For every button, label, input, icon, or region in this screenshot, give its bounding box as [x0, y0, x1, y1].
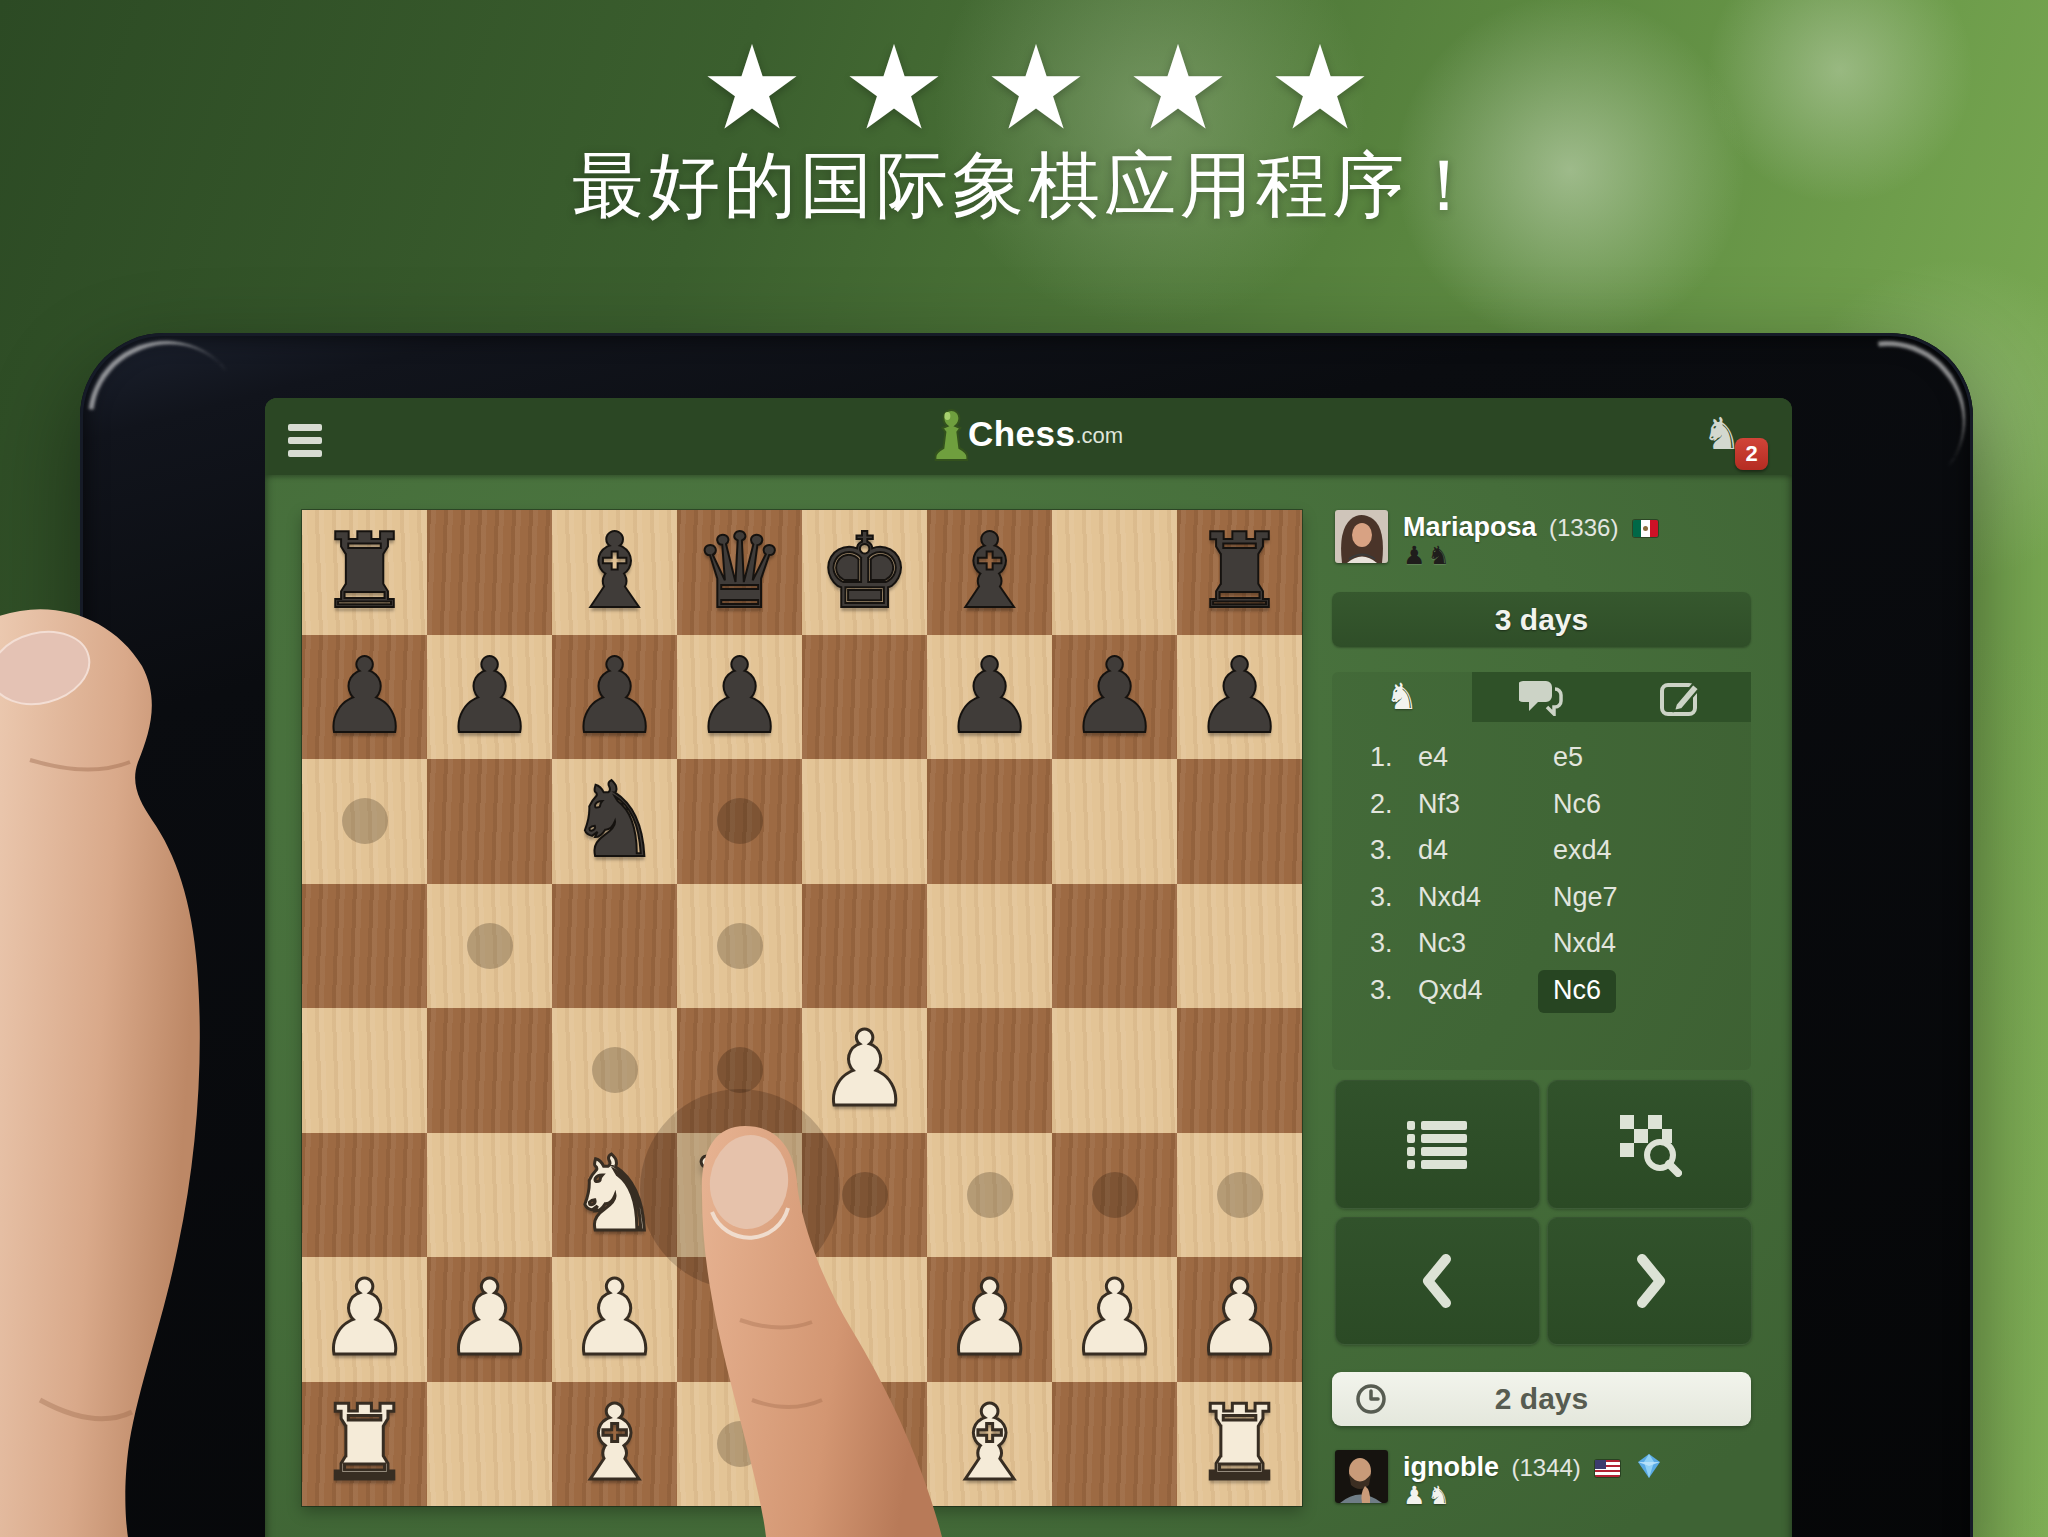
black-queen-d8[interactable]: ♛ [677, 510, 802, 635]
white-pawn-e4[interactable]: ♟ [802, 1008, 927, 1133]
opponent-name[interactable]: Mariaposa [1403, 512, 1537, 542]
move-row-1-0: 1.e4e5 [1332, 742, 1751, 788]
black-move[interactable]: Nge7 [1553, 882, 1618, 913]
white-pawn-a2[interactable]: ♟ [302, 1257, 427, 1382]
player-clock: 2 days [1332, 1372, 1751, 1426]
clock-icon [1354, 1382, 1388, 1416]
move-number: 1. [1370, 742, 1393, 773]
black-move[interactable]: e5 [1553, 742, 1583, 773]
bezel-glint-right [1779, 310, 1997, 528]
black-pawn-h7[interactable]: ♟ [1177, 635, 1302, 760]
menu-icon[interactable] [288, 424, 322, 463]
headline-text: 最好的国际象棋应用程序！ [0, 138, 2048, 234]
opponent-captured-pieces: ♟♞ [1403, 543, 1452, 569]
square-a3[interactable] [302, 1133, 427, 1258]
white-pawn-h2[interactable]: ♟ [1177, 1257, 1302, 1382]
move-number: 3. [1370, 882, 1393, 913]
legal-move-dot-b5 [467, 923, 513, 969]
list-icon [1407, 1120, 1469, 1170]
legal-move-dot-d6 [717, 798, 763, 844]
black-pawn-d7[interactable]: ♟ [677, 635, 802, 760]
opponent-rating: (1336) [1549, 514, 1618, 541]
square-e5[interactable] [802, 884, 927, 1009]
chess-board[interactable]: ♜♝♛♚♝♜♟♟♟♟♟♟♟♞♟♞♟♟♟♟♟♟♜♝♚♝♜♛ [302, 510, 1302, 1506]
black-pawn-f7[interactable]: ♟ [927, 635, 1052, 760]
black-knight-c6[interactable]: ♞ [552, 759, 677, 884]
square-f6[interactable] [927, 759, 1052, 884]
logo-suffix: .com [1075, 410, 1123, 462]
white-pawn-c2[interactable]: ♟ [552, 1257, 677, 1382]
player-captured-pieces: ♟♞ [1403, 1483, 1452, 1509]
white-bishop-c1[interactable]: ♝ [552, 1382, 677, 1507]
square-a5[interactable] [302, 884, 427, 1009]
black-bishop-f8[interactable]: ♝ [927, 510, 1052, 635]
chesscom-logo: Chess .com [934, 404, 1123, 462]
legal-move-dot-a6 [342, 798, 388, 844]
legal-move-dot-h3 [1217, 1172, 1263, 1218]
opponent-avatar[interactable] [1335, 510, 1388, 563]
white-king-e1[interactable]: ♚ [802, 1382, 927, 1507]
move-row-3-2: 3.d4exd4 [1332, 835, 1751, 881]
legal-move-dot-f3 [967, 1172, 1013, 1218]
app-screen: Chess .com ♞ 2 ♜♝♛♚♝♜♟♟♟♟♟♟♟♞♟♞♟♟♟♟♟♟♜♝♚… [265, 398, 1792, 1537]
games-count-badge: 2 [1735, 438, 1768, 470]
square-h4[interactable] [1177, 1008, 1302, 1133]
diamond-premium-icon [1635, 1453, 1663, 1483]
square-h6[interactable] [1177, 759, 1302, 884]
move-row-3-5: 3.Qxd4Nc6 [1332, 975, 1751, 1021]
white-move[interactable]: d4 [1418, 835, 1448, 866]
black-move[interactable]: Nc6 [1553, 789, 1601, 820]
white-knight-c3[interactable]: ♞ [552, 1133, 677, 1258]
move-row-3-4: 3.Nc3Nxd4 [1332, 928, 1751, 974]
avatar-photo [1335, 510, 1388, 563]
square-g4[interactable] [1052, 1008, 1177, 1133]
square-f5[interactable] [927, 884, 1052, 1009]
black-rook-a8[interactable]: ♜ [302, 510, 427, 635]
square-b3[interactable] [427, 1133, 552, 1258]
chevron-right-icon [1628, 1253, 1672, 1309]
five-star-rating: ★★★★★ [0, 20, 2048, 155]
back-button[interactable] [1335, 1217, 1540, 1345]
bezel-glint-left [57, 310, 275, 528]
avatar-photo [1335, 1450, 1388, 1503]
player-clock-text: 2 days [1495, 1382, 1588, 1415]
player-rating: (1344) [1511, 1454, 1580, 1481]
white-move[interactable]: Nf3 [1418, 789, 1460, 820]
usa-flag-icon [1595, 1460, 1620, 1477]
black-pawn-b7[interactable]: ♟ [427, 635, 552, 760]
square-g6[interactable] [1052, 759, 1177, 884]
square-e7[interactable] [802, 635, 927, 760]
move-number: 3. [1370, 975, 1393, 1006]
black-move-current[interactable]: Nc6 [1538, 970, 1616, 1013]
black-move[interactable]: exd4 [1553, 835, 1612, 866]
panel-tabs: ♞ [1332, 672, 1751, 722]
white-move[interactable]: Nc3 [1418, 928, 1466, 959]
move-number: 3. [1370, 928, 1393, 959]
white-move[interactable]: Nxd4 [1418, 882, 1481, 913]
opponent-info: Mariaposa (1336) ♟♞ [1335, 510, 1765, 570]
tab-chat[interactable] [1472, 672, 1612, 722]
square-a4[interactable] [302, 1008, 427, 1133]
square-f4[interactable] [927, 1008, 1052, 1133]
black-rook-h8[interactable]: ♜ [1177, 510, 1302, 635]
analysis-button[interactable] [1547, 1080, 1752, 1209]
player-info: ignoble (1344) ♟♞ [1335, 1450, 1765, 1510]
square-e2[interactable] [802, 1257, 927, 1382]
square-e6[interactable] [802, 759, 927, 884]
chess-piece-icon: ♞ [1386, 675, 1418, 719]
black-pawn-g7[interactable]: ♟ [1052, 635, 1177, 760]
white-move[interactable]: e4 [1418, 742, 1448, 773]
legal-move-dot-d5 [717, 923, 763, 969]
white-pawn-f2[interactable]: ♟ [927, 1257, 1052, 1382]
white-rook-h1[interactable]: ♜ [1177, 1382, 1302, 1507]
white-bishop-f1[interactable]: ♝ [927, 1382, 1052, 1507]
square-h5[interactable] [1177, 884, 1302, 1009]
legal-move-dot-g3 [1092, 1172, 1138, 1218]
square-c5[interactable] [552, 884, 677, 1009]
mexico-flag-icon [1633, 520, 1658, 537]
square-b8[interactable] [427, 510, 552, 635]
square-b1[interactable] [427, 1382, 552, 1507]
opponent-clock: 3 days [1332, 592, 1751, 647]
marketing-background: ★★★★★ 最好的国际象棋应用程序！ Chess .com ♞ 2 [0, 0, 2048, 1537]
square-b4[interactable] [427, 1008, 552, 1133]
tablet-device: Chess .com ♞ 2 ♜♝♛♚♝♜♟♟♟♟♟♟♟♞♟♞♟♟♟♟♟♟♜♝♚… [80, 333, 1973, 1537]
edit-square-icon [1659, 677, 1703, 717]
square-g1[interactable] [1052, 1382, 1177, 1507]
forward-button[interactable] [1547, 1217, 1752, 1345]
legal-move-dot-e3 [842, 1172, 888, 1218]
app-bar: Chess .com ♞ 2 [265, 398, 1792, 475]
logo-text: Chess [968, 406, 1076, 462]
black-pawn-a7[interactable]: ♟ [302, 635, 427, 760]
white-pawn-g2[interactable]: ♟ [1052, 1257, 1177, 1382]
analysis-board-icon [1618, 1113, 1682, 1177]
legal-move-dot-d4 [717, 1047, 763, 1093]
move-row-2-1: 2.Nf3Nc6 [1332, 789, 1751, 835]
black-move[interactable]: Nxd4 [1553, 928, 1616, 959]
black-king-e8[interactable]: ♚ [802, 510, 927, 635]
moves-panel: ♞ 1.e4e52.Nf3Nc6 [1332, 672, 1751, 1070]
player-name[interactable]: ignoble [1403, 1452, 1499, 1482]
black-pawn-c7[interactable]: ♟ [552, 635, 677, 760]
game-list-button[interactable] [1335, 1080, 1540, 1209]
tab-notes[interactable] [1611, 672, 1751, 722]
square-g8[interactable] [1052, 510, 1177, 635]
chat-bubbles-icon [1519, 678, 1565, 716]
green-pawn-icon [934, 404, 968, 462]
move-number: 2. [1370, 789, 1393, 820]
move-number: 3. [1370, 835, 1393, 866]
tab-moves[interactable]: ♞ [1332, 672, 1472, 722]
black-bishop-c8[interactable]: ♝ [552, 510, 677, 635]
white-pawn-b2[interactable]: ♟ [427, 1257, 552, 1382]
legal-move-dot-d1 [717, 1421, 763, 1467]
move-row-3-3: 3.Nxd4Nge7 [1332, 882, 1751, 928]
white-rook-a1[interactable]: ♜ [302, 1382, 427, 1507]
player-avatar[interactable] [1335, 1450, 1388, 1503]
square-b6[interactable] [427, 759, 552, 884]
square-g5[interactable] [1052, 884, 1177, 1009]
chevron-left-icon [1416, 1253, 1460, 1309]
my-games-button[interactable]: ♞ 2 [1702, 410, 1762, 466]
legal-move-dot-c4 [592, 1047, 638, 1093]
white-move[interactable]: Qxd4 [1418, 975, 1483, 1006]
dragged-white-queen[interactable]: ♛ [677, 1125, 802, 1250]
